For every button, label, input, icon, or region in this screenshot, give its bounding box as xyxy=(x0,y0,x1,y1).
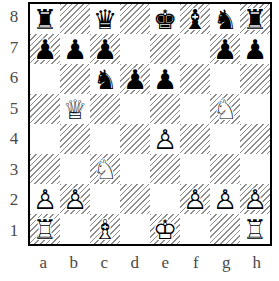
square-c8[interactable]: ♛ xyxy=(90,4,120,34)
black-pawn-piece: ♟ xyxy=(120,64,150,94)
square-d2[interactable] xyxy=(120,184,150,214)
rank-label-1: 1 xyxy=(0,216,28,247)
white-piece-fill: ♜ xyxy=(30,214,60,244)
square-e4[interactable]: ♟♙ xyxy=(150,124,180,154)
black-rook-piece: ♜ xyxy=(240,4,270,34)
square-d4[interactable] xyxy=(120,124,150,154)
square-g1[interactable] xyxy=(210,214,240,244)
white-piece-fill: ♛ xyxy=(60,94,90,124)
black-pawn-piece: ♟ xyxy=(210,34,240,64)
white-knight-piece: ♘ xyxy=(90,154,120,184)
square-b3[interactable] xyxy=(60,154,90,184)
chess-diagram: 87654321 ♜♛♚♝♞♜♟♟♟♟♟♞♟♟♛♕♞♘♟♙♞♘♟♙♟♙♟♙♟♙♟… xyxy=(0,0,279,281)
black-knight-piece: ♞ xyxy=(210,4,240,34)
white-pawn-piece: ♙ xyxy=(150,124,180,154)
square-a7[interactable]: ♟ xyxy=(30,34,60,64)
square-f6[interactable] xyxy=(180,64,210,94)
square-a1[interactable]: ♜♖ xyxy=(30,214,60,244)
square-f1[interactable] xyxy=(180,214,210,244)
file-label-d: d xyxy=(120,248,151,278)
black-bishop-piece: ♝ xyxy=(180,4,210,34)
square-g3[interactable] xyxy=(210,154,240,184)
square-b4[interactable] xyxy=(60,124,90,154)
black-king-piece: ♚ xyxy=(150,4,180,34)
square-b6[interactable] xyxy=(60,64,90,94)
square-h4[interactable] xyxy=(240,124,270,154)
white-pawn-piece: ♙ xyxy=(180,184,210,214)
square-e3[interactable] xyxy=(150,154,180,184)
rank-label-3: 3 xyxy=(0,155,28,186)
file-label-a: a xyxy=(28,248,59,278)
square-a8[interactable]: ♜ xyxy=(30,4,60,34)
square-f2[interactable]: ♟♙ xyxy=(180,184,210,214)
square-e5[interactable] xyxy=(150,94,180,124)
square-d8[interactable] xyxy=(120,4,150,34)
square-c3[interactable]: ♞♘ xyxy=(90,154,120,184)
square-b5[interactable]: ♛♕ xyxy=(60,94,90,124)
white-piece-fill: ♟ xyxy=(60,184,90,214)
square-a2[interactable]: ♟♙ xyxy=(30,184,60,214)
square-a3[interactable] xyxy=(30,154,60,184)
rank-label-8: 8 xyxy=(0,2,28,33)
square-e8[interactable]: ♚ xyxy=(150,4,180,34)
rank-labels: 87654321 xyxy=(0,2,28,246)
square-e7[interactable] xyxy=(150,34,180,64)
square-g2[interactable]: ♟♙ xyxy=(210,184,240,214)
square-c6[interactable]: ♞ xyxy=(90,64,120,94)
square-f8[interactable]: ♝ xyxy=(180,4,210,34)
white-piece-fill: ♟ xyxy=(240,184,270,214)
square-h3[interactable] xyxy=(240,154,270,184)
square-f7[interactable] xyxy=(180,34,210,64)
white-queen-piece: ♕ xyxy=(60,94,90,124)
square-d6[interactable]: ♟ xyxy=(120,64,150,94)
rank-label-4: 4 xyxy=(0,124,28,155)
square-g4[interactable] xyxy=(210,124,240,154)
square-h2[interactable]: ♟♙ xyxy=(240,184,270,214)
square-h8[interactable]: ♜ xyxy=(240,4,270,34)
file-label-g: g xyxy=(211,248,242,278)
rank-label-5: 5 xyxy=(0,94,28,125)
file-label-b: b xyxy=(59,248,90,278)
white-piece-fill: ♝ xyxy=(90,214,120,244)
square-d7[interactable] xyxy=(120,34,150,64)
white-rook-piece: ♖ xyxy=(30,214,60,244)
square-g8[interactable]: ♞ xyxy=(210,4,240,34)
black-knight-piece: ♞ xyxy=(90,64,120,94)
black-pawn-piece: ♟ xyxy=(90,34,120,64)
square-g6[interactable] xyxy=(210,64,240,94)
white-piece-fill: ♟ xyxy=(150,124,180,154)
black-pawn-piece: ♟ xyxy=(30,34,60,64)
square-h5[interactable] xyxy=(240,94,270,124)
black-rook-piece: ♜ xyxy=(30,4,60,34)
white-piece-fill: ♜ xyxy=(240,214,270,244)
square-e2[interactable] xyxy=(150,184,180,214)
square-e1[interactable]: ♚♔ xyxy=(150,214,180,244)
square-d3[interactable] xyxy=(120,154,150,184)
square-b8[interactable] xyxy=(60,4,90,34)
white-pawn-piece: ♙ xyxy=(60,184,90,214)
black-pawn-piece: ♟ xyxy=(240,34,270,64)
rank-label-2: 2 xyxy=(0,185,28,216)
white-pawn-piece: ♙ xyxy=(210,184,240,214)
white-piece-fill: ♞ xyxy=(90,154,120,184)
white-piece-fill: ♟ xyxy=(210,184,240,214)
square-f3[interactable] xyxy=(180,154,210,184)
square-b2[interactable]: ♟♙ xyxy=(60,184,90,214)
square-f5[interactable] xyxy=(180,94,210,124)
square-b7[interactable]: ♟ xyxy=(60,34,90,64)
square-a6[interactable] xyxy=(30,64,60,94)
file-label-f: f xyxy=(181,248,212,278)
square-f4[interactable] xyxy=(180,124,210,154)
white-pawn-piece: ♙ xyxy=(240,184,270,214)
square-g7[interactable]: ♟ xyxy=(210,34,240,64)
white-king-piece: ♔ xyxy=(150,214,180,244)
file-label-e: e xyxy=(150,248,181,278)
black-pawn-piece: ♟ xyxy=(60,34,90,64)
white-piece-fill: ♚ xyxy=(150,214,180,244)
white-piece-fill: ♟ xyxy=(180,184,210,214)
black-queen-piece: ♛ xyxy=(90,4,120,34)
square-a5[interactable] xyxy=(30,94,60,124)
square-d1[interactable] xyxy=(120,214,150,244)
square-h6[interactable] xyxy=(240,64,270,94)
white-pawn-piece: ♙ xyxy=(30,184,60,214)
square-e6[interactable]: ♟ xyxy=(150,64,180,94)
square-c5[interactable] xyxy=(90,94,120,124)
square-c4[interactable] xyxy=(90,124,120,154)
rank-label-6: 6 xyxy=(0,63,28,94)
chess-board[interactable]: ♜♛♚♝♞♜♟♟♟♟♟♞♟♟♛♕♞♘♟♙♞♘♟♙♟♙♟♙♟♙♟♙♜♖♝♗♚♔♜♖ xyxy=(28,2,272,246)
white-bishop-piece: ♗ xyxy=(90,214,120,244)
square-c1[interactable]: ♝♗ xyxy=(90,214,120,244)
white-rook-piece: ♖ xyxy=(240,214,270,244)
black-pawn-piece: ♟ xyxy=(150,64,180,94)
white-piece-fill: ♞ xyxy=(210,94,240,124)
file-label-h: h xyxy=(242,248,273,278)
square-h7[interactable]: ♟ xyxy=(240,34,270,64)
white-piece-fill: ♟ xyxy=(30,184,60,214)
file-label-c: c xyxy=(89,248,120,278)
square-d5[interactable] xyxy=(120,94,150,124)
square-g5[interactable]: ♞♘ xyxy=(210,94,240,124)
square-a4[interactable] xyxy=(30,124,60,154)
file-labels: abcdefgh xyxy=(28,248,272,278)
rank-label-7: 7 xyxy=(0,33,28,64)
white-knight-piece: ♘ xyxy=(210,94,240,124)
square-h1[interactable]: ♜♖ xyxy=(240,214,270,244)
square-b1[interactable] xyxy=(60,214,90,244)
square-c2[interactable] xyxy=(90,184,120,214)
square-c7[interactable]: ♟ xyxy=(90,34,120,64)
